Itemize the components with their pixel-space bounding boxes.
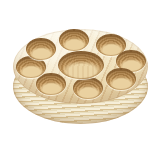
center-store-pit[interactable]: [58, 51, 104, 79]
pit-6[interactable]: [36, 73, 66, 95]
pit-5[interactable]: [73, 77, 103, 99]
product-photo: [0, 0, 160, 160]
pit-4[interactable]: [106, 68, 136, 90]
mancala-board: [0, 0, 160, 160]
pit-1[interactable]: [59, 29, 89, 51]
pit-8[interactable]: [26, 38, 56, 60]
